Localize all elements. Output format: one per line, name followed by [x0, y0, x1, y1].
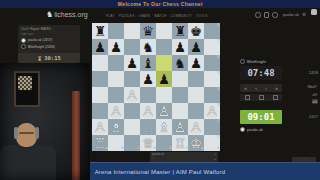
webcam-overlay [0, 63, 90, 180]
square-c8[interactable] [124, 23, 140, 39]
menu-item-learn[interactable]: LEARN [138, 14, 150, 18]
white-piece-p-d3[interactable]: ♙ [140, 103, 156, 119]
rank-label-6: 6 [218, 56, 220, 59]
webcam-vignette [0, 63, 90, 180]
square-d8[interactable]: ♛ [140, 23, 156, 39]
stream-corner-logo [311, 9, 317, 15]
square-f7[interactable]: ♟ [172, 39, 188, 55]
black-piece-r-f8[interactable]: ♜ [172, 23, 188, 39]
opponent-clock: 07:48 [240, 66, 282, 80]
square-f2[interactable]: ♙ [172, 119, 188, 135]
square-c6[interactable]: ♟ [124, 55, 140, 71]
square-b5[interactable] [108, 71, 124, 87]
gear-icon[interactable]: ⚙ [302, 12, 306, 17]
square-h1[interactable]: h1 [204, 135, 220, 151]
white-color-icon [21, 38, 26, 43]
rank-label-1: 1 [218, 136, 220, 139]
square-e3[interactable]: ♙ [156, 103, 172, 119]
square-g5[interactable] [188, 71, 204, 87]
site-header: ♞ lichess.org PLAYPUZZLESLEARNWATCHCOMMU… [0, 8, 320, 24]
square-c7[interactable] [124, 39, 140, 55]
square-h4[interactable]: 4 [204, 87, 220, 103]
black-color-icon [21, 44, 26, 49]
first-move-icon[interactable]: « [244, 84, 247, 92]
white-piece-b-e2[interactable]: ♗ [156, 119, 172, 135]
analysis-icon[interactable] [259, 95, 264, 100]
square-g7[interactable]: ♟ [188, 39, 204, 55]
flip-board-icon[interactable] [245, 95, 250, 100]
square-d3[interactable]: ♙ [140, 103, 156, 119]
menu-item-puzzles[interactable]: PUZZLES [119, 14, 135, 18]
chess-board[interactable]: ♜♛♜♚8♟♟♞♟♟7♟♝♞♟6♟♟5♙4♙♙♙♙3♙♗♘♗♙♙2♖abc♕de… [92, 23, 220, 151]
square-e6[interactable] [156, 55, 172, 71]
game-mode: 10+0 • Rapid • RATED [21, 27, 77, 31]
square-c1[interactable]: c [124, 135, 140, 151]
file-label-e: e [170, 147, 172, 150]
player-clock: 09:01 [240, 110, 282, 124]
black-piece-p-d5[interactable]: ♟ [140, 71, 156, 87]
square-e4[interactable] [156, 87, 172, 103]
chevron-right-icon: ▸ [214, 152, 216, 156]
move-entry-Nbd7[interactable]: Nbd7 [306, 84, 318, 89]
player-color-icon [240, 127, 245, 132]
black-piece-b-d6[interactable]: ♝ [140, 55, 156, 71]
black-piece-q-d8[interactable]: ♛ [140, 23, 156, 39]
file-label-c: c [138, 147, 140, 150]
settings-icon[interactable] [273, 95, 278, 100]
move-entry-e5[interactable]: e5 [312, 99, 318, 104]
square-b1[interactable]: b [108, 135, 124, 151]
square-e5[interactable]: ♟ [156, 71, 172, 87]
player-clock-time: 09:01 [247, 112, 274, 122]
square-f4[interactable] [172, 87, 188, 103]
prev-move-icon[interactable]: ‹ [255, 84, 257, 92]
rank-label-7: 7 [218, 40, 220, 43]
under-board-bars: paulw-uk ▸ ··· ▸ [150, 152, 218, 162]
challenges-icon[interactable] [264, 12, 270, 18]
menu-item-play[interactable]: PLAY [106, 14, 115, 18]
white-piece-n-d2[interactable]: ♘ [140, 119, 156, 135]
game-started: right now [21, 32, 77, 36]
square-g6[interactable]: ♟ [188, 55, 204, 71]
square-g2[interactable]: ♙ [188, 119, 204, 135]
square-d7[interactable]: ♞ [140, 39, 156, 55]
square-d2[interactable]: ♘ [140, 119, 156, 135]
square-d1[interactable]: ♕d [140, 135, 156, 151]
secondary-bar-label: ··· [152, 157, 155, 161]
square-h5[interactable]: 5 [204, 71, 220, 87]
username-menu[interactable]: paulw-uk [283, 12, 299, 17]
player-name: paulw-uk [247, 127, 263, 132]
square-c5[interactable] [124, 71, 140, 87]
white-piece-p-a2[interactable]: ♙ [92, 119, 108, 135]
lichess-logo[interactable]: ♞ lichess.org [46, 10, 88, 19]
black-piece-p-f7[interactable]: ♟ [172, 39, 188, 55]
notifications-icon[interactable] [272, 12, 278, 18]
player-row[interactable]: paulw-uk [240, 126, 263, 132]
player-rating: 2457 [309, 114, 318, 119]
square-f1[interactable]: ♖f [172, 135, 188, 151]
square-a7[interactable]: ♟ [92, 39, 108, 55]
opponent-row[interactable]: BlitzKnight [240, 58, 266, 64]
rank-label-8: 8 [218, 24, 220, 27]
black-piece-p-e5[interactable]: ♟ [156, 71, 172, 87]
menu-item-community[interactable]: COMMUNITY [170, 14, 191, 18]
opponent-color-icon [240, 59, 245, 64]
square-d6[interactable]: ♝ [140, 55, 156, 71]
stream-banner: Welcome To Our Chess Channel [0, 0, 320, 8]
white-player-row[interactable]: paulw-uk (2457) [21, 38, 77, 43]
file-label-a: a [106, 147, 108, 150]
black-piece-p-b7[interactable]: ♟ [108, 39, 124, 55]
square-c2[interactable] [124, 119, 140, 135]
square-e8[interactable] [156, 23, 172, 39]
move-nav-controls[interactable]: «‹›» [240, 84, 282, 92]
next-move-icon[interactable]: › [265, 84, 267, 92]
game-selector-bar[interactable]: paulw-uk ▸ [150, 152, 218, 157]
square-g4[interactable] [188, 87, 204, 103]
white-piece-p-b3[interactable]: ♙ [108, 103, 124, 119]
game-info-box: 10+0 • Rapid • RATED right now paulw-uk … [18, 25, 80, 63]
square-b2[interactable]: ♗ [108, 119, 124, 135]
black-piece-r-a8[interactable]: ♜ [92, 23, 108, 39]
black-piece-n-f6[interactable]: ♞ [172, 55, 188, 71]
white-piece-p-c4[interactable]: ♙ [124, 87, 140, 103]
square-b6[interactable] [108, 55, 124, 71]
square-g1[interactable]: ♔g [188, 135, 204, 151]
file-label-d: d [154, 147, 156, 150]
black-piece-p-g7[interactable]: ♟ [188, 39, 204, 55]
square-f8[interactable]: ♜ [172, 23, 188, 39]
square-a3[interactable] [92, 103, 108, 119]
menu-item-watch[interactable]: WATCH [154, 14, 166, 18]
opponent-name: BlitzKnight [247, 59, 266, 64]
square-e1[interactable]: e [156, 135, 172, 151]
banner-text: Welcome To Our Chess Channel [117, 1, 202, 7]
square-f6[interactable]: ♞ [172, 55, 188, 71]
search-icon[interactable] [255, 12, 261, 18]
square-c3[interactable] [124, 103, 140, 119]
square-a6[interactable] [92, 55, 108, 71]
black-player-row[interactable]: BlitzKnight (2458) [21, 44, 77, 49]
menu-item-tools[interactable]: TOOLS [196, 14, 208, 18]
analysis-tools-bar[interactable] [240, 94, 282, 101]
black-player-name: BlitzKnight (2458) [28, 45, 55, 49]
square-h7[interactable]: 7 [204, 39, 220, 55]
square-h8[interactable]: 8 [204, 23, 220, 39]
file-label-b: b [122, 147, 124, 150]
square-d5[interactable]: ♟ [140, 71, 156, 87]
knight-logo-icon: ♞ [46, 10, 53, 19]
header-right: paulw-uk ⚙ [255, 12, 306, 18]
white-player-name: paulw-uk (2457) [28, 38, 52, 42]
square-b8[interactable] [108, 23, 124, 39]
square-a2[interactable]: ♙ [92, 119, 108, 135]
square-g8[interactable]: ♚ [188, 23, 204, 39]
black-piece-k-g8[interactable]: ♚ [188, 23, 204, 39]
square-e2[interactable]: ♗ [156, 119, 172, 135]
square-e7[interactable] [156, 39, 172, 55]
white-piece-p-g2[interactable]: ♙ [188, 119, 204, 135]
square-a4[interactable] [92, 87, 108, 103]
opponent-clock-time: 07:48 [247, 68, 274, 78]
file-label-g: g [202, 147, 204, 150]
square-f5[interactable] [172, 71, 188, 87]
chevron-right-icon2: ▸ [214, 157, 216, 161]
stream-frame: Welcome To Our Chess Channel ♞ lichess.o… [0, 0, 320, 180]
opponent-rating: 2458 [309, 70, 318, 75]
square-h2[interactable]: 2 [204, 119, 220, 135]
last-move-icon[interactable]: » [275, 84, 278, 92]
move-list[interactable]: Nbd7d3e5 [294, 84, 318, 104]
logo-text: lichess.org [54, 11, 87, 18]
square-c4[interactable]: ♙ [124, 87, 140, 103]
game-selector-label: paulw-uk [152, 152, 164, 156]
white-piece-p-e3[interactable]: ♙ [156, 103, 172, 119]
square-h6[interactable]: 6 [204, 55, 220, 71]
square-g3[interactable] [188, 103, 204, 119]
rank-label-3: 3 [218, 104, 220, 107]
white-piece-p-f2[interactable]: ♙ [172, 119, 188, 135]
white-piece-b-b2[interactable]: ♗ [108, 119, 124, 135]
rank-label-5: 5 [218, 72, 220, 75]
square-a1[interactable]: ♖a [92, 135, 108, 151]
hourglass-icon: ⌛ [37, 56, 42, 61]
square-b3[interactable]: ♙ [108, 103, 124, 119]
main-menu: PLAYPUZZLESLEARNWATCHCOMMUNITYTOOLS [106, 14, 208, 18]
square-h3[interactable]: ♙3 [204, 103, 220, 119]
black-piece-p-a7[interactable]: ♟ [92, 39, 108, 55]
square-b4[interactable] [108, 87, 124, 103]
rank-label-4: 4 [218, 88, 220, 91]
black-piece-p-g6[interactable]: ♟ [188, 55, 204, 71]
square-f3[interactable] [172, 103, 188, 119]
square-b7[interactable]: ♟ [108, 39, 124, 55]
square-a5[interactable] [92, 71, 108, 87]
black-piece-n-d7[interactable]: ♞ [140, 39, 156, 55]
file-label-h: h [218, 147, 220, 150]
move-entry-d3[interactable]: d3 [312, 92, 318, 97]
black-piece-p-c6[interactable]: ♟ [124, 55, 140, 71]
tournament-clock-bar: ⌛ 30:15 [18, 53, 80, 63]
caption-text: Arena International Master | AIM Paul Wa… [95, 169, 226, 175]
square-a8[interactable]: ♜ [92, 23, 108, 39]
rank-label-2: 2 [218, 120, 220, 123]
tournament-clock: 30:15 [44, 55, 61, 61]
square-d4[interactable] [140, 87, 156, 103]
